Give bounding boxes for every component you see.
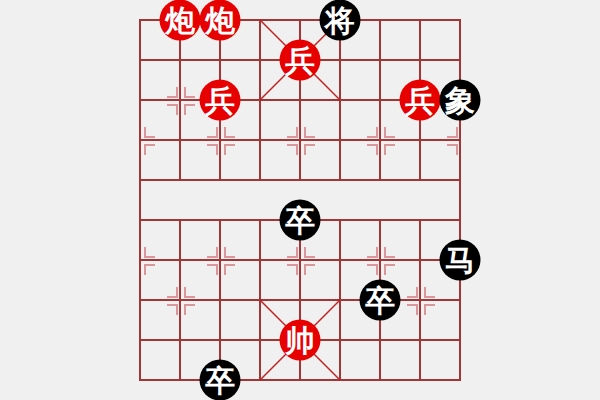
black-soldier-glyph: 卒 (205, 365, 235, 395)
red-soldier[interactable]: 兵 (400, 80, 441, 121)
red-general-glyph: 帅 (285, 325, 315, 355)
black-horse-glyph: 马 (445, 245, 475, 275)
red-cannon-glyph: 炮 (205, 5, 235, 35)
red-soldier[interactable]: 兵 (200, 80, 241, 121)
red-soldier-glyph: 兵 (205, 85, 235, 115)
red-soldier[interactable]: 兵 (280, 40, 321, 81)
red-soldier-glyph: 兵 (405, 85, 435, 115)
black-soldier[interactable]: 卒 (360, 280, 401, 321)
red-cannon-glyph: 炮 (165, 5, 195, 35)
black-horse[interactable]: 马 (440, 240, 481, 281)
black-soldier[interactable]: 卒 (280, 200, 321, 241)
black-general-glyph: 将 (325, 5, 355, 35)
black-soldier-glyph: 卒 (365, 285, 395, 315)
red-soldier-glyph: 兵 (285, 45, 315, 75)
black-elephant-glyph: 象 (445, 85, 475, 115)
xiangqi-board: 炮炮将兵兵兵象卒马卒帅卒 (139, 19, 461, 381)
red-cannon[interactable]: 炮 (160, 0, 201, 41)
black-soldier[interactable]: 卒 (200, 360, 241, 400)
red-general[interactable]: 帅 (280, 320, 321, 361)
xiangqi-app: { "game": "xiangqi", "description": "Xia… (0, 0, 600, 400)
black-soldier-glyph: 卒 (285, 205, 315, 235)
red-cannon[interactable]: 炮 (200, 0, 241, 41)
black-elephant[interactable]: 象 (440, 80, 481, 121)
black-general[interactable]: 将 (320, 0, 361, 41)
